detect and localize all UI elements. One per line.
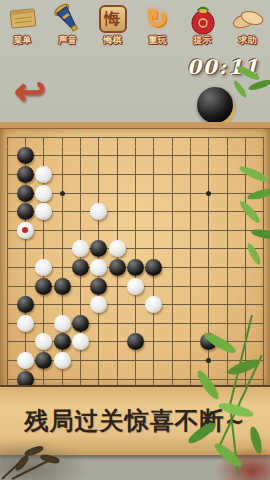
board-cell[interactable] — [145, 351, 163, 370]
white-stone — [35, 203, 52, 220]
board-cell[interactable] — [71, 221, 89, 240]
board-cell[interactable] — [163, 240, 181, 259]
board-cell[interactable] — [218, 295, 236, 314]
gomoku-board[interactable] — [0, 122, 270, 390]
banner-text: 残局过关惊喜不断~ — [24, 405, 245, 437]
board-cell[interactable] — [16, 165, 34, 184]
board-cell[interactable] — [90, 277, 108, 296]
board-cell[interactable] — [181, 258, 199, 277]
board-cell[interactable] — [181, 147, 199, 166]
white-stone — [127, 278, 144, 295]
board-cell[interactable] — [0, 351, 16, 370]
board-cell[interactable] — [200, 165, 218, 184]
board-cell[interactable] — [255, 202, 270, 221]
board-cell[interactable] — [35, 314, 53, 333]
hint-label: 提示 — [194, 35, 212, 45]
board-cell[interactable] — [0, 184, 16, 203]
board-cell[interactable] — [53, 184, 71, 203]
board-cell[interactable] — [218, 147, 236, 166]
board-cell[interactable] — [35, 128, 53, 147]
board-cell[interactable] — [108, 147, 126, 166]
board-cell[interactable] — [255, 184, 270, 203]
timer: 00:11 — [187, 55, 260, 79]
board-cell[interactable] — [236, 333, 254, 352]
board-cell[interactable] — [200, 184, 218, 203]
board-cell[interactable] — [218, 202, 236, 221]
board-cell[interactable] — [0, 128, 16, 147]
board-cell[interactable] — [16, 147, 34, 166]
board-cell[interactable] — [0, 295, 16, 314]
board-cell[interactable] — [108, 240, 126, 259]
board-cell[interactable] — [35, 147, 53, 166]
replay-label: 重玩 — [149, 35, 167, 45]
board-cell[interactable] — [108, 351, 126, 370]
board-cell[interactable] — [145, 202, 163, 221]
gomoku-app: 菜单 声音 悔 悔棋 ↻ 重玩 — [0, 0, 270, 480]
black-stone — [54, 333, 71, 350]
board-cell[interactable] — [90, 128, 108, 147]
board-cell[interactable] — [126, 221, 144, 240]
board-cell[interactable] — [200, 258, 218, 277]
black-stone — [72, 315, 89, 332]
board-cell[interactable] — [163, 221, 181, 240]
board-cell[interactable] — [90, 184, 108, 203]
board-cell[interactable] — [53, 240, 71, 259]
board-cell[interactable] — [255, 258, 270, 277]
board-cell[interactable] — [181, 314, 199, 333]
board-cell[interactable] — [53, 333, 71, 352]
board-cell[interactable] — [145, 165, 163, 184]
board-cell[interactable] — [200, 202, 218, 221]
board-cell[interactable] — [108, 202, 126, 221]
board-cell[interactable] — [108, 128, 126, 147]
board-cell[interactable] — [163, 128, 181, 147]
board-cell[interactable] — [200, 221, 218, 240]
white-stone — [72, 333, 89, 350]
board-cell[interactable] — [236, 128, 254, 147]
white-stone — [17, 222, 34, 239]
board-cell[interactable] — [16, 240, 34, 259]
white-stone — [90, 259, 107, 276]
undo-tile-icon: 悔 — [96, 2, 130, 36]
board-cell[interactable] — [35, 202, 53, 221]
board-cell[interactable] — [53, 221, 71, 240]
board-cell[interactable] — [200, 295, 218, 314]
board-cell[interactable] — [163, 258, 181, 277]
board-cell[interactable] — [145, 295, 163, 314]
board-cell[interactable] — [53, 165, 71, 184]
board-cell[interactable] — [163, 333, 181, 352]
white-stone — [72, 240, 89, 257]
undo-label: 悔棋 — [104, 35, 122, 45]
board-cell[interactable] — [218, 258, 236, 277]
board-cell[interactable] — [200, 277, 218, 296]
board-cell[interactable] — [255, 147, 270, 166]
black-stone — [127, 333, 144, 350]
turn-indicator-black-stone — [197, 87, 233, 123]
board-cell[interactable] — [126, 184, 144, 203]
board-cell[interactable] — [0, 147, 16, 166]
black-stone — [109, 259, 126, 276]
black-stone — [17, 203, 34, 220]
board-cell[interactable] — [108, 333, 126, 352]
board-cell[interactable] — [16, 128, 34, 147]
board-cell[interactable] — [35, 295, 53, 314]
board-cell[interactable] — [236, 221, 254, 240]
board-cell[interactable] — [90, 351, 108, 370]
star-point — [206, 358, 211, 363]
board-cell[interactable] — [35, 165, 53, 184]
board-cell[interactable] — [90, 221, 108, 240]
star-point — [60, 191, 65, 196]
black-stone — [17, 147, 34, 164]
board-cell[interactable] — [0, 165, 16, 184]
replay-swirl-icon: ↻ — [141, 2, 175, 36]
board-cell[interactable] — [163, 314, 181, 333]
board-cell[interactable] — [236, 184, 254, 203]
board-cell[interactable] — [108, 258, 126, 277]
board-cell[interactable] — [200, 351, 218, 370]
board-cell[interactable] — [181, 333, 199, 352]
board-cell[interactable] — [71, 202, 89, 221]
board-cell[interactable] — [90, 333, 108, 352]
black-stone — [72, 259, 89, 276]
scroll-icon — [6, 2, 40, 36]
white-stone — [35, 185, 52, 202]
board-cell[interactable] — [126, 165, 144, 184]
board-cell[interactable] — [218, 128, 236, 147]
board-cell[interactable] — [236, 314, 254, 333]
board-cell[interactable] — [236, 258, 254, 277]
board-cell[interactable] — [53, 258, 71, 277]
board-cell[interactable] — [218, 333, 236, 352]
board-cell[interactable] — [255, 221, 270, 240]
menu-label: 菜单 — [14, 35, 32, 45]
board-cell[interactable] — [108, 221, 126, 240]
board-cell[interactable] — [145, 221, 163, 240]
board-cell[interactable] — [16, 295, 34, 314]
board-cell[interactable] — [108, 277, 126, 296]
board-cell[interactable] — [181, 240, 199, 259]
board-cell[interactable] — [71, 240, 89, 259]
black-stone — [90, 240, 107, 257]
board-cell[interactable] — [71, 314, 89, 333]
board-cell[interactable] — [126, 147, 144, 166]
board-cell[interactable] — [16, 314, 34, 333]
white-stone — [54, 352, 71, 369]
star-point — [206, 191, 211, 196]
board-cell[interactable] — [16, 221, 34, 240]
board-cell[interactable] — [236, 165, 254, 184]
black-stone — [127, 259, 144, 276]
board-cell[interactable] — [200, 240, 218, 259]
board-cell[interactable] — [126, 333, 144, 352]
board-cell[interactable] — [35, 258, 53, 277]
board-cell[interactable] — [90, 295, 108, 314]
board-cell[interactable] — [126, 277, 144, 296]
replay-button[interactable]: ↻ 重玩 — [136, 2, 180, 45]
board-cell[interactable] — [236, 277, 254, 296]
black-stone — [35, 278, 52, 295]
board-cell[interactable] — [163, 295, 181, 314]
back-button[interactable]: ↩ — [14, 72, 46, 110]
board-cell[interactable] — [145, 333, 163, 352]
board-cell[interactable] — [181, 184, 199, 203]
white-stone — [54, 315, 71, 332]
board-cell[interactable] — [255, 351, 270, 370]
board-cell[interactable] — [90, 165, 108, 184]
board-cell[interactable] — [16, 351, 34, 370]
board-cell[interactable] — [200, 147, 218, 166]
board-cell[interactable] — [16, 184, 34, 203]
board-cell[interactable] — [218, 165, 236, 184]
board-top-rim — [0, 122, 270, 129]
horn-icon — [51, 2, 85, 36]
board-cell[interactable] — [163, 165, 181, 184]
board-cell[interactable] — [90, 147, 108, 166]
board-cell[interactable] — [145, 240, 163, 259]
board-cell[interactable] — [255, 314, 270, 333]
board-cell[interactable] — [163, 351, 181, 370]
board-cell[interactable] — [16, 277, 34, 296]
board-cell[interactable] — [53, 128, 71, 147]
white-stone — [17, 352, 34, 369]
board-cell[interactable] — [163, 147, 181, 166]
board-cell[interactable] — [163, 277, 181, 296]
board-cell[interactable] — [126, 295, 144, 314]
white-stone — [35, 333, 52, 350]
last-move-marker — [22, 227, 28, 233]
board-cell[interactable] — [200, 333, 218, 352]
board-cell[interactable] — [145, 128, 163, 147]
board-cell[interactable] — [255, 165, 270, 184]
board-cell[interactable] — [218, 240, 236, 259]
board-cell[interactable] — [255, 277, 270, 296]
board-cell[interactable] — [255, 295, 270, 314]
board-cell[interactable] — [53, 351, 71, 370]
board-cell[interactable] — [35, 351, 53, 370]
ink-wash-decoration — [0, 440, 90, 480]
board-cell[interactable] — [0, 240, 16, 259]
black-stone — [17, 166, 34, 183]
board-cell[interactable] — [35, 240, 53, 259]
board-cell[interactable] — [255, 333, 270, 352]
black-stone — [200, 333, 217, 350]
board-cell[interactable] — [108, 184, 126, 203]
board-cell[interactable] — [90, 202, 108, 221]
board-cell[interactable] — [71, 165, 89, 184]
board-cell[interactable] — [255, 240, 270, 259]
board-cell[interactable] — [126, 240, 144, 259]
board-cell[interactable] — [35, 333, 53, 352]
board-cell[interactable] — [236, 351, 254, 370]
board-cell[interactable] — [16, 333, 34, 352]
board-cell[interactable] — [145, 277, 163, 296]
board-cell[interactable] — [71, 147, 89, 166]
board-cell[interactable] — [126, 314, 144, 333]
board-cell[interactable] — [53, 314, 71, 333]
board-cell[interactable] — [181, 165, 199, 184]
board-cell[interactable] — [108, 295, 126, 314]
red-seal-decoration — [216, 447, 270, 480]
board-cell[interactable] — [0, 314, 16, 333]
white-stone — [35, 166, 52, 183]
board-cell[interactable] — [126, 128, 144, 147]
board-cell[interactable] — [0, 277, 16, 296]
black-stone — [17, 185, 34, 202]
board-cell[interactable] — [255, 128, 270, 147]
board-cell[interactable] — [236, 295, 254, 314]
board-cell[interactable] — [163, 202, 181, 221]
board-cell[interactable] — [90, 314, 108, 333]
handshake-icon — [231, 2, 265, 36]
board-cell[interactable] — [35, 184, 53, 203]
board-cell[interactable] — [90, 258, 108, 277]
sound-button[interactable]: 声音 — [46, 2, 90, 45]
white-stone — [109, 240, 126, 257]
menu-button[interactable]: 菜单 — [1, 2, 45, 45]
board-cell[interactable] — [181, 128, 199, 147]
board-cell[interactable] — [200, 128, 218, 147]
board-cell[interactable] — [145, 314, 163, 333]
board-cell[interactable] — [108, 314, 126, 333]
board-cell[interactable] — [181, 202, 199, 221]
board-grid — [0, 128, 270, 388]
board-cell[interactable] — [71, 128, 89, 147]
white-stone — [35, 259, 52, 276]
board-cell[interactable] — [163, 184, 181, 203]
black-stone — [145, 259, 162, 276]
board-cell[interactable] — [71, 351, 89, 370]
board-cell[interactable] — [16, 258, 34, 277]
board-cell[interactable] — [53, 202, 71, 221]
board-cell[interactable] — [181, 277, 199, 296]
board-cell[interactable] — [236, 147, 254, 166]
help-label: 求助 — [239, 35, 257, 45]
black-stone — [90, 278, 107, 295]
board-cell[interactable] — [145, 147, 163, 166]
board-cell[interactable] — [200, 314, 218, 333]
board-cell[interactable] — [0, 333, 16, 352]
board-cell[interactable] — [71, 333, 89, 352]
board-cell[interactable] — [218, 277, 236, 296]
white-stone — [17, 315, 34, 332]
board-cell[interactable] — [145, 258, 163, 277]
board-cell[interactable] — [71, 258, 89, 277]
board-cell[interactable] — [71, 295, 89, 314]
hint-pouch-icon — [186, 2, 220, 36]
board-cell[interactable] — [181, 221, 199, 240]
board-cell[interactable] — [218, 314, 236, 333]
board-cell[interactable] — [0, 221, 16, 240]
black-stone — [17, 296, 34, 313]
board-cell[interactable] — [0, 202, 16, 221]
board-cell[interactable] — [90, 240, 108, 259]
board-cell[interactable] — [71, 184, 89, 203]
white-stone — [90, 296, 107, 313]
board-cell[interactable] — [71, 277, 89, 296]
undo-button[interactable]: 悔 悔棋 — [91, 2, 135, 45]
white-stone — [90, 203, 107, 220]
white-stone — [145, 296, 162, 313]
board-cell[interactable] — [126, 351, 144, 370]
board-cell[interactable] — [53, 295, 71, 314]
board-cell[interactable] — [126, 202, 144, 221]
board-cell[interactable] — [236, 202, 254, 221]
help-button[interactable]: 求助 — [226, 2, 270, 45]
board-cell[interactable] — [218, 351, 236, 370]
sound-label: 声音 — [59, 35, 77, 45]
board-cell[interactable] — [126, 258, 144, 277]
board-cell[interactable] — [181, 351, 199, 370]
board-cell[interactable] — [145, 184, 163, 203]
board-cell[interactable] — [236, 240, 254, 259]
board-cell[interactable] — [181, 295, 199, 314]
board-cell[interactable] — [35, 277, 53, 296]
board-cell[interactable] — [35, 221, 53, 240]
hint-button[interactable]: 提示 — [181, 2, 225, 45]
board-cell[interactable] — [218, 184, 236, 203]
board-cell[interactable] — [0, 258, 16, 277]
board-cell[interactable] — [108, 165, 126, 184]
board-cell[interactable] — [53, 147, 71, 166]
board-cell[interactable] — [16, 202, 34, 221]
black-stone — [35, 352, 52, 369]
board-cell[interactable] — [218, 221, 236, 240]
black-stone — [54, 278, 71, 295]
toolbar: 菜单 声音 悔 悔棋 ↻ 重玩 — [0, 2, 270, 52]
board-cell[interactable] — [53, 277, 71, 296]
